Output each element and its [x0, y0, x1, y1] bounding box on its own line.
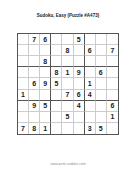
cell-r6c9 [107, 90, 118, 101]
cell-r3c4 [51, 56, 62, 67]
cell-r8c2 [29, 112, 40, 123]
cell-r4c7 [85, 67, 96, 78]
cell-r5c7: 1 [85, 78, 96, 89]
cell-r4c2 [29, 67, 40, 78]
cell-r2c5: 8 [62, 45, 73, 56]
cell-r3c1 [18, 56, 29, 67]
cell-r4c9 [107, 67, 118, 78]
cell-r2c3 [40, 45, 51, 56]
cell-r8c7 [85, 112, 96, 123]
footer-url: www.print-sudoku.com [0, 162, 136, 167]
cell-r6c8 [96, 90, 107, 101]
cell-r2c4 [51, 45, 62, 56]
cell-r9c1: 7 [18, 123, 29, 134]
cell-r1c5 [62, 34, 73, 45]
cell-r6c6: 6 [74, 90, 85, 101]
cell-r3c2 [29, 56, 40, 67]
cell-r4c4: 8 [51, 67, 62, 78]
cell-r1c4 [51, 34, 62, 45]
cell-r1c6: 5 [74, 34, 85, 45]
cell-r2c9: 7 [107, 45, 118, 56]
cell-r5c1 [18, 78, 29, 89]
cell-r7c7 [85, 101, 96, 112]
cell-r9c3: 1 [40, 123, 51, 134]
cell-r4c3 [40, 67, 51, 78]
cell-r9c2: 8 [29, 123, 40, 134]
cell-r8c8 [96, 112, 107, 123]
cell-r3c5 [62, 56, 73, 67]
cell-r5c6 [74, 78, 85, 89]
cell-r1c8 [96, 34, 107, 45]
cell-r7c9: 6 [107, 101, 118, 112]
cell-r7c6: 4 [74, 101, 85, 112]
cell-r4c6: 9 [74, 67, 85, 78]
cell-r1c1 [18, 34, 29, 45]
cell-r2c7: 6 [85, 45, 96, 56]
cell-r7c2: 9 [29, 101, 40, 112]
board: 765867881966951176495465178135 [17, 33, 119, 135]
cell-r6c1: 1 [18, 90, 29, 101]
cell-r3c3: 8 [40, 56, 51, 67]
cell-r3c7 [85, 56, 96, 67]
cell-r9c4 [51, 123, 62, 134]
cell-r9c8: 5 [96, 123, 107, 134]
cell-r7c4 [51, 101, 62, 112]
cell-r3c9 [107, 56, 118, 67]
cell-r8c9: 1 [107, 112, 118, 123]
cell-r1c2: 7 [29, 34, 40, 45]
cell-r8c1 [18, 112, 29, 123]
cell-r7c1 [18, 101, 29, 112]
cell-r1c7 [85, 34, 96, 45]
cell-r9c9 [107, 123, 118, 134]
cell-r4c1 [18, 67, 29, 78]
cell-r6c2 [29, 90, 40, 101]
cell-r2c8 [96, 45, 107, 56]
cell-r3c8 [96, 56, 107, 67]
cell-r8c5: 5 [62, 112, 73, 123]
cell-r1c9 [107, 34, 118, 45]
cell-r3c6 [74, 56, 85, 67]
cell-r5c8 [96, 78, 107, 89]
cell-r1c3: 6 [40, 34, 51, 45]
cell-r6c5: 7 [62, 90, 73, 101]
cell-r8c3 [40, 112, 51, 123]
cell-r6c3 [40, 90, 51, 101]
cell-r5c2: 6 [29, 78, 40, 89]
cell-r5c4: 5 [51, 78, 62, 89]
cell-r9c7: 3 [85, 123, 96, 134]
cell-r2c6 [74, 45, 85, 56]
cell-r9c6 [74, 123, 85, 134]
cell-r5c5 [62, 78, 73, 89]
cell-r5c3: 9 [40, 78, 51, 89]
cell-r2c1 [18, 45, 29, 56]
cell-r7c8 [96, 101, 107, 112]
cell-r7c3: 5 [40, 101, 51, 112]
cell-r4c5: 1 [62, 67, 73, 78]
cell-r5c9 [107, 78, 118, 89]
cell-r7c5 [62, 101, 73, 112]
page-title: Sudoku, Easy (Puzzle #A473) [0, 13, 136, 19]
cell-r8c6 [74, 112, 85, 123]
cell-r9c5 [62, 123, 73, 134]
cell-r6c7: 4 [85, 90, 96, 101]
cell-r2c2 [29, 45, 40, 56]
cell-r6c4 [51, 90, 62, 101]
cell-r4c8: 6 [96, 67, 107, 78]
cell-r8c4 [51, 112, 62, 123]
